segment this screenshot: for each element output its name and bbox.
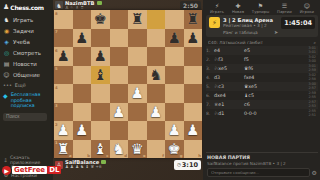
free-trial-button[interactable]: ◆ Бесплатная пробная подписка bbox=[3, 92, 53, 109]
square-c5[interactable]: ♝ bbox=[91, 66, 110, 85]
piece-black-bishop[interactable]: ♝ bbox=[94, 66, 107, 84]
move-row-4: 4. d3 fxe4 3:022:58 bbox=[206, 73, 318, 82]
news-icon: ▤ bbox=[3, 60, 10, 67]
move-number: 8. bbox=[206, 111, 214, 116]
square-d6[interactable] bbox=[110, 47, 129, 66]
square-b3[interactable] bbox=[73, 103, 92, 122]
opponent-status-badge bbox=[97, 1, 102, 5]
move-row-6: 6. dxe4 ♝c5 2:592:55 bbox=[206, 91, 318, 100]
tab-label: Партии bbox=[277, 9, 292, 14]
square-a4[interactable]: 4 bbox=[54, 84, 73, 103]
square-b6[interactable] bbox=[73, 47, 92, 66]
player-captured-pieces: ♟ ♟ ♟ ♞ ♝ ♛ +6 bbox=[65, 165, 106, 170]
tab-игроки[interactable]: ☺ Игроки bbox=[300, 2, 314, 15]
move-clocks: 3:002:57 bbox=[274, 83, 318, 91]
new-game-section: НОВАЯ ПАРТИЯ SaifBalance против NazimBTB… bbox=[206, 152, 318, 178]
square-d5[interactable] bbox=[110, 66, 129, 85]
square-a5[interactable]: 5 bbox=[54, 66, 73, 85]
logo-text: Chess.com bbox=[10, 4, 43, 11]
tab-label: Играть bbox=[210, 9, 224, 14]
player-bar: ♙ SaifBalance ♟ ♟ ♟ ♞ ♝ ♛ +6 ◷ 3:10 bbox=[53, 158, 203, 171]
move-number: 6. bbox=[206, 93, 214, 98]
coord-file-e: e bbox=[143, 153, 146, 158]
move-clocks: 3:012:59 bbox=[274, 65, 318, 73]
move-clocks: 2:572:53 bbox=[274, 101, 318, 109]
square-a7[interactable]: 7 bbox=[54, 29, 73, 48]
tournament-card[interactable]: ⚡ 3 | 2 Блиц Арена Рейтинговая • 3 | 2 Р… bbox=[206, 15, 318, 37]
square-g8[interactable] bbox=[165, 10, 184, 29]
blitz-bolt-icon: ⚡ bbox=[209, 17, 220, 28]
piece-black-king[interactable]: ♚ bbox=[94, 10, 107, 28]
tab-label: Игроки bbox=[300, 9, 314, 14]
square-c8[interactable]: ♚ bbox=[91, 10, 110, 29]
chess-board[interactable]: 8♚♜♜7♟♟♟♟6♟5♝♞4♟3♟♟♟2♟♟♟♜1ab♝c♞d♛ef♚gh bbox=[54, 10, 202, 158]
square-c7[interactable] bbox=[91, 29, 110, 48]
material-advantage: +6 bbox=[96, 164, 102, 169]
square-g2[interactable]: ♟ bbox=[165, 121, 184, 140]
piece-black-pawn[interactable]: ♟ bbox=[94, 47, 107, 65]
new-game-title: НОВАЯ ПАРТИЯ bbox=[207, 155, 317, 160]
piece-white-rook[interactable]: ♜ bbox=[57, 140, 70, 158]
piece-white-pawn[interactable]: ♟ bbox=[149, 103, 162, 121]
tab-турниры[interactable]: ⚑ Турниры bbox=[252, 2, 269, 15]
right-panel: ⚡ Играть✚ Новая⚑ Турниры☰ Партии☺ Игроки… bbox=[203, 0, 320, 180]
black-move[interactable]: c6 bbox=[244, 102, 274, 107]
sidebar-item-knight[interactable]: ♞ Играть bbox=[3, 14, 53, 25]
piece-black-rook[interactable]: ♜ bbox=[131, 10, 144, 28]
coord-rank-2: 2 bbox=[55, 122, 58, 127]
move-row-1: 1. e4 e5 3:013:01 bbox=[206, 46, 318, 55]
social-icon: ☺ bbox=[3, 71, 10, 78]
square-e6[interactable] bbox=[128, 47, 147, 66]
black-move[interactable]: 0-0-0 bbox=[244, 111, 274, 116]
sidebar-item-more[interactable]: ••• Ещё bbox=[3, 80, 53, 89]
square-b1[interactable]: b bbox=[73, 140, 92, 159]
coord-file-c: c bbox=[106, 153, 108, 158]
coord-rank-1: 1 bbox=[55, 140, 58, 145]
white-move[interactable]: ♕e1 bbox=[214, 102, 244, 107]
square-c4[interactable] bbox=[91, 84, 110, 103]
watermark: ▶ GetFree DL bbox=[2, 165, 61, 175]
move-row-5: 5. ♘c3 ♛xe5 3:002:57 bbox=[206, 82, 318, 91]
learn-icon: ◈ bbox=[3, 38, 10, 45]
square-b2[interactable]: ♟ bbox=[73, 121, 92, 140]
standings-link[interactable]: Ранг и таблица bbox=[223, 30, 258, 35]
watermark-text-2: DL bbox=[47, 166, 61, 174]
move-clocks: 3:022:58 bbox=[274, 74, 318, 82]
opponent-avatar[interactable]: ♞ bbox=[55, 1, 63, 9]
watermark-text: GetFree bbox=[12, 166, 47, 174]
square-c1[interactable]: ♝c bbox=[91, 140, 110, 159]
coord-rank-7: 7 bbox=[55, 29, 58, 34]
tab-партии[interactable]: ☰ Партии bbox=[277, 2, 292, 15]
clock-icon: ◷ bbox=[177, 162, 181, 167]
piece-black-pawn[interactable]: ♟ bbox=[186, 29, 199, 47]
white-move[interactable]: ♘c3 bbox=[214, 84, 244, 89]
square-g6[interactable] bbox=[165, 47, 184, 66]
pawn-logo-icon: ♟ bbox=[3, 3, 9, 11]
move-number: 1. bbox=[206, 48, 214, 53]
search-input[interactable] bbox=[3, 113, 47, 121]
share-icon[interactable]: ➤ bbox=[274, 29, 278, 35]
square-a8[interactable]: 8 bbox=[54, 10, 73, 29]
square-e7[interactable] bbox=[128, 29, 147, 48]
white-move[interactable]: ♘xe5 bbox=[214, 66, 244, 71]
piece-white-queen[interactable]: ♛ bbox=[131, 140, 144, 158]
square-e2[interactable] bbox=[128, 121, 147, 140]
black-move[interactable]: ♛f6 bbox=[244, 66, 274, 71]
piece-black-pawn[interactable]: ♟ bbox=[168, 29, 181, 47]
move-list: 1. e4 e5 3:013:01 2. ♘f3 f5 3:023:00 bbox=[206, 46, 318, 152]
opening-explorer-icon[interactable]: ⌕ bbox=[313, 40, 316, 45]
square-b7[interactable]: ♟ bbox=[73, 29, 92, 48]
opponent-bar: ♞ NazimBTB ♙ ♘ ♗ ♖ 2:50 bbox=[53, 0, 203, 10]
square-h1[interactable]: h bbox=[184, 140, 203, 159]
move-row-2: 2. ♘f3 f5 3:023:00 bbox=[206, 55, 318, 64]
sidebar-item-label: Новости bbox=[13, 61, 37, 67]
sidebar-item-watch[interactable]: ◎ Смотреть bbox=[3, 47, 53, 58]
square-f6[interactable] bbox=[147, 47, 166, 66]
square-b4[interactable] bbox=[73, 84, 92, 103]
coord-file-f: f bbox=[162, 153, 164, 158]
tab-icon: ☺ bbox=[304, 2, 310, 9]
free-trial-label: Бесплатная пробная подписка bbox=[11, 92, 53, 109]
square-a1[interactable]: ♜1a bbox=[54, 140, 73, 159]
gear-icon[interactable]: ⚙ bbox=[312, 169, 317, 176]
move-row-7: 7. ♕e1 c6 2:572:53 bbox=[206, 100, 318, 109]
square-h5[interactable] bbox=[184, 66, 203, 85]
coord-rank-5: 5 bbox=[55, 66, 58, 71]
square-g7[interactable]: ♟ bbox=[165, 29, 184, 48]
square-c6[interactable]: ♟ bbox=[91, 47, 110, 66]
more-label: Ещё bbox=[15, 82, 26, 88]
tab-label: Новая bbox=[232, 9, 244, 14]
opening-name[interactable]: C40: Латышский гамбит bbox=[208, 40, 263, 45]
piece-white-pawn[interactable]: ♟ bbox=[168, 121, 181, 139]
tab-label: Турниры bbox=[252, 9, 269, 14]
watermark-logo-icon: ▶ bbox=[2, 166, 11, 175]
square-f2[interactable] bbox=[147, 121, 166, 140]
piece-white-pawn[interactable]: ♟ bbox=[186, 121, 199, 139]
chess-app-window: ♟ Chess.com ♞ Играть◉ Задачи◈ Учеба◎ Смо… bbox=[0, 0, 320, 180]
sidebar-item-puzzle[interactable]: ◉ Задачи bbox=[3, 25, 53, 36]
square-a6[interactable]: ♟6 bbox=[54, 47, 73, 66]
square-f3[interactable]: ♟ bbox=[147, 103, 166, 122]
piece-black-pawn[interactable]: ♟ bbox=[75, 29, 88, 47]
square-h3[interactable] bbox=[184, 103, 203, 122]
white-move[interactable]: dxe4 bbox=[214, 93, 244, 98]
square-e5[interactable] bbox=[128, 66, 147, 85]
footer-icon: ⇩ bbox=[3, 157, 8, 163]
sidebar-item-label: Общение bbox=[13, 72, 40, 78]
coord-file-d: d bbox=[124, 153, 127, 158]
square-d3[interactable]: ♟ bbox=[110, 103, 129, 122]
square-a3[interactable]: 3 bbox=[54, 103, 73, 122]
puzzle-icon: ◉ bbox=[3, 27, 10, 34]
black-move[interactable]: f5 bbox=[244, 57, 274, 62]
chesscom-logo[interactable]: ♟ Chess.com bbox=[3, 2, 53, 12]
square-b5[interactable] bbox=[73, 66, 92, 85]
sidebar-footer-item[interactable]: ⇩Скачать приложение bbox=[3, 157, 53, 165]
black-move[interactable]: fxe4 bbox=[244, 75, 274, 80]
sidebar: ♟ Chess.com ♞ Играть◉ Задачи◈ Учеба◎ Смо… bbox=[0, 0, 53, 180]
square-b8[interactable] bbox=[73, 10, 92, 29]
square-d1[interactable]: ♞d bbox=[110, 140, 129, 159]
square-e8[interactable]: ♜ bbox=[128, 10, 147, 29]
coord-rank-6: 6 bbox=[55, 48, 58, 53]
panel-tabs: ⚡ Играть✚ Новая⚑ Турниры☰ Партии☺ Игроки bbox=[206, 2, 318, 15]
square-f1[interactable]: f bbox=[147, 140, 166, 159]
white-move[interactable]: d3 bbox=[214, 75, 244, 80]
black-move[interactable]: e5 bbox=[244, 48, 274, 53]
square-f7[interactable] bbox=[147, 29, 166, 48]
piece-white-pawn[interactable]: ♟ bbox=[131, 84, 144, 102]
move-number: 2. bbox=[206, 57, 214, 62]
sidebar-item-news[interactable]: ▤ Новости bbox=[3, 58, 53, 69]
piece-white-bishop[interactable]: ♝ bbox=[94, 140, 107, 158]
square-d2[interactable] bbox=[110, 121, 129, 140]
player-status-badge bbox=[101, 160, 106, 164]
coord-file-h: h bbox=[198, 153, 201, 158]
white-move[interactable]: ♘d1 bbox=[214, 111, 244, 116]
sidebar-item-label: Учеба bbox=[13, 39, 30, 45]
arena-timer: 1:45:04 bbox=[281, 17, 315, 29]
knight-icon: ♞ bbox=[3, 16, 10, 23]
sidebar-spacer bbox=[3, 121, 53, 157]
coord-rank-4: 4 bbox=[55, 85, 58, 90]
new-game-subtitle: SaifBalance против NazimBTB • 3 | 2 bbox=[207, 161, 317, 166]
square-e4[interactable]: ♟ bbox=[128, 84, 147, 103]
coord-rank-8: 8 bbox=[55, 11, 58, 16]
more-dots-icon: ••• bbox=[3, 82, 12, 88]
move-clocks: 2:552:51 bbox=[274, 110, 318, 118]
chat-input[interactable] bbox=[207, 168, 310, 177]
square-d8[interactable] bbox=[110, 10, 129, 29]
square-f5[interactable]: ♞ bbox=[147, 66, 166, 85]
move-number: 7. bbox=[206, 102, 214, 107]
piece-black-rook[interactable]: ♜ bbox=[186, 10, 199, 28]
black-move[interactable]: ♝c5 bbox=[244, 93, 274, 98]
move-clocks: 3:023:00 bbox=[274, 56, 318, 64]
square-c2[interactable] bbox=[91, 121, 110, 140]
square-f8[interactable] bbox=[147, 10, 166, 29]
piece-black-pawn[interactable]: ♟ bbox=[57, 47, 70, 65]
sidebar-item-learn[interactable]: ◈ Учеба bbox=[3, 36, 53, 47]
move-number: 5. bbox=[206, 84, 214, 89]
tournament-subtitle: Рейтинговая • 3 | 2 bbox=[223, 23, 278, 28]
sidebar-nav: ♞ Играть◉ Задачи◈ Учеба◎ Смотреть▤ Новос… bbox=[3, 14, 53, 80]
square-e3[interactable] bbox=[128, 103, 147, 122]
tab-icon: ✚ bbox=[235, 2, 240, 9]
tab-icon: ⚑ bbox=[258, 2, 263, 9]
opponent-clock: 2:50 bbox=[180, 1, 201, 10]
white-move[interactable]: ♘f3 bbox=[214, 57, 244, 62]
square-e1[interactable]: ♛e bbox=[128, 140, 147, 159]
sidebar-item-label: Играть bbox=[13, 17, 33, 23]
move-row-8: 8. ♘d1 0-0-0 2:552:51 bbox=[206, 109, 318, 118]
square-g5[interactable] bbox=[165, 66, 184, 85]
watch-icon: ◎ bbox=[3, 49, 10, 56]
move-number: 3. bbox=[206, 66, 214, 71]
piece-black-knight[interactable]: ♞ bbox=[149, 66, 162, 84]
square-f4[interactable] bbox=[147, 84, 166, 103]
square-g1[interactable]: ♚g bbox=[165, 140, 184, 159]
square-d4[interactable] bbox=[110, 84, 129, 103]
sidebar-item-label: Смотреть bbox=[13, 50, 41, 56]
coord-file-a: a bbox=[69, 153, 72, 158]
square-h4[interactable] bbox=[184, 84, 203, 103]
piece-white-pawn[interactable]: ♟ bbox=[112, 103, 125, 121]
move-row-3: 3. ♘xe5 ♛f6 3:012:59 bbox=[206, 64, 318, 73]
tab-icon: ⚡ bbox=[215, 2, 219, 9]
tab-новая[interactable]: ✚ Новая bbox=[232, 2, 244, 15]
square-h6[interactable] bbox=[184, 47, 203, 66]
sidebar-item-social[interactable]: ☺ Общение bbox=[3, 69, 53, 80]
square-g3[interactable] bbox=[165, 103, 184, 122]
square-g4[interactable] bbox=[165, 84, 184, 103]
square-c3[interactable] bbox=[91, 103, 110, 122]
piece-white-pawn[interactable]: ♟ bbox=[75, 121, 88, 139]
diamond-icon: ◆ bbox=[3, 92, 8, 109]
square-h2[interactable]: ♟ bbox=[184, 121, 203, 140]
square-h8[interactable]: ♜ bbox=[184, 10, 203, 29]
game-area: ♞ NazimBTB ♙ ♘ ♗ ♖ 2:50 8♚♜♜7♟♟♟♟6♟5♝♞4♟… bbox=[53, 0, 203, 180]
player-clock: ◷ 3:10 bbox=[174, 160, 201, 170]
move-clocks: 3:013:01 bbox=[274, 47, 318, 55]
coord-file-b: b bbox=[87, 153, 90, 158]
tab-icon: ☰ bbox=[282, 2, 287, 9]
black-move[interactable]: ♛xe5 bbox=[244, 84, 274, 89]
square-a2[interactable]: ♟2 bbox=[54, 121, 73, 140]
square-d7[interactable] bbox=[110, 29, 129, 48]
coord-rank-3: 3 bbox=[55, 103, 58, 108]
move-clocks: 2:592:55 bbox=[274, 92, 318, 100]
tab-играть[interactable]: ⚡ Играть bbox=[210, 2, 224, 15]
piece-white-pawn[interactable]: ♟ bbox=[57, 121, 70, 139]
white-move[interactable]: e4 bbox=[214, 48, 244, 53]
sidebar-item-label: Задачи bbox=[13, 28, 34, 34]
square-h7[interactable]: ♟ bbox=[184, 29, 203, 48]
coord-file-g: g bbox=[180, 153, 183, 158]
move-number: 4. bbox=[206, 75, 214, 80]
